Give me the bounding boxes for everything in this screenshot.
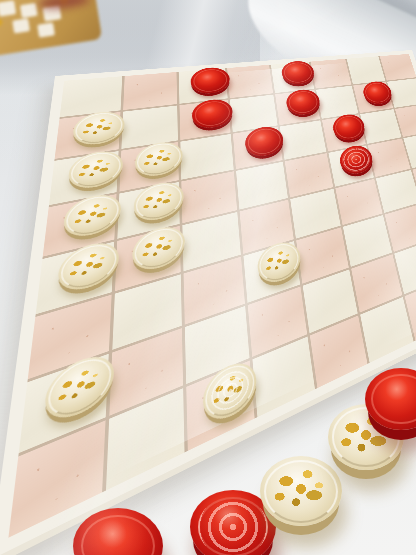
tray-tile: [0, 0, 16, 16]
tray-tile: [20, 3, 38, 18]
board-square[interactable]: [347, 56, 386, 84]
board-square[interactable]: [311, 59, 352, 89]
board-square[interactable]: [123, 72, 177, 110]
tray-tile: [12, 18, 30, 33]
gold-nugget: [0, 18, 3, 26]
tray-tile: [37, 22, 55, 37]
board-square[interactable]: [60, 76, 123, 117]
gold-captured-piece[interactable]: [260, 456, 342, 526]
scene: Pink and cream resin checkers board with…: [0, 0, 416, 555]
checkers-board: [0, 50, 416, 555]
red-captured-piece[interactable]: [73, 508, 163, 555]
board-square[interactable]: [360, 109, 401, 144]
board-square[interactable]: [227, 65, 273, 98]
board-square[interactable]: [380, 54, 416, 81]
